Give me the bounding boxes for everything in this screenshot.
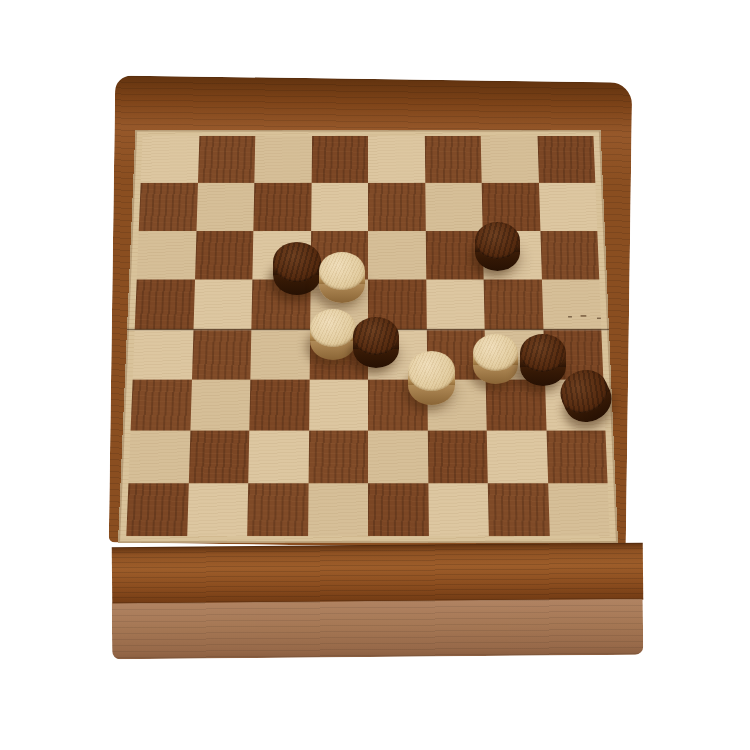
board-square-f1[interactable] bbox=[424, 136, 481, 183]
piece-top-face bbox=[319, 252, 365, 290]
board-square-e7[interactable] bbox=[368, 431, 428, 483]
box-side bbox=[112, 599, 643, 660]
board-square-b3[interactable] bbox=[195, 231, 254, 280]
board-square-g7[interactable] bbox=[487, 431, 548, 483]
photo-scene bbox=[0, 0, 750, 750]
checker-piece-light-2[interactable] bbox=[319, 252, 365, 303]
checker-piece-light-4[interactable] bbox=[310, 309, 356, 360]
board-square-b1[interactable] bbox=[197, 136, 255, 183]
board-square-c5[interactable] bbox=[250, 329, 309, 379]
board-square-a5[interactable] bbox=[133, 329, 193, 379]
checker-piece-light-6[interactable] bbox=[408, 351, 455, 405]
board-square-a8[interactable] bbox=[126, 483, 188, 536]
checker-piece-light-7[interactable] bbox=[473, 334, 518, 384]
board-square-d1[interactable] bbox=[311, 136, 368, 183]
board-square-c6[interactable] bbox=[249, 380, 309, 431]
board-square-c8[interactable] bbox=[247, 483, 308, 536]
board-square-h1[interactable] bbox=[537, 136, 595, 183]
board-square-g1[interactable] bbox=[481, 136, 539, 183]
wood-blemish bbox=[562, 314, 607, 321]
piece-top-face bbox=[475, 222, 520, 259]
board-square-f8[interactable] bbox=[428, 483, 489, 536]
board-square-d7[interactable] bbox=[308, 431, 368, 483]
board-square-b8[interactable] bbox=[187, 483, 249, 536]
board-square-a4[interactable] bbox=[135, 280, 195, 330]
board-square-a6[interactable] bbox=[131, 380, 192, 431]
board-square-b6[interactable] bbox=[190, 380, 250, 431]
piece-top-face bbox=[353, 317, 399, 355]
board-square-d8[interactable] bbox=[308, 483, 368, 536]
board-square-a2[interactable] bbox=[139, 183, 198, 231]
board-square-g6[interactable] bbox=[486, 380, 546, 431]
board-square-b4[interactable] bbox=[193, 280, 252, 330]
board-square-h8[interactable] bbox=[548, 483, 610, 536]
piece-top-face bbox=[473, 334, 518, 371]
piece-top-face bbox=[310, 309, 356, 347]
board-square-c1[interactable] bbox=[254, 136, 311, 183]
piece-top-face bbox=[273, 242, 321, 282]
board-square-h3[interactable] bbox=[540, 231, 599, 280]
board-square-e1[interactable] bbox=[368, 136, 425, 183]
checker-piece-dark-3[interactable] bbox=[475, 222, 520, 271]
board-square-h4[interactable] bbox=[541, 280, 601, 330]
board-square-e3[interactable] bbox=[368, 231, 426, 280]
checker-piece-dark-1[interactable] bbox=[273, 242, 321, 295]
board-square-d6[interactable] bbox=[309, 380, 368, 431]
board-square-g4[interactable] bbox=[484, 280, 543, 330]
piece-top-face bbox=[408, 351, 455, 391]
board-square-d2[interactable] bbox=[311, 183, 368, 231]
board-square-h2[interactable] bbox=[539, 183, 598, 231]
board-square-b7[interactable] bbox=[188, 431, 249, 483]
board-square-f4[interactable] bbox=[426, 280, 485, 330]
board-square-f7[interactable] bbox=[427, 431, 487, 483]
board-square-b5[interactable] bbox=[191, 329, 251, 379]
board-square-e8[interactable] bbox=[368, 483, 428, 536]
board-square-a3[interactable] bbox=[137, 231, 196, 280]
piece-top-face bbox=[520, 334, 566, 372]
board-square-e2[interactable] bbox=[368, 183, 425, 231]
board-square-b2[interactable] bbox=[196, 183, 254, 231]
board-square-c7[interactable] bbox=[248, 431, 308, 483]
checker-piece-dark-5[interactable] bbox=[353, 317, 399, 368]
board-square-h7[interactable] bbox=[546, 431, 607, 483]
board-square-a7[interactable] bbox=[128, 431, 189, 483]
board-square-a1[interactable] bbox=[141, 136, 199, 183]
box-bevel-edge bbox=[112, 543, 643, 605]
board-square-c2[interactable] bbox=[253, 183, 311, 231]
board-square-g8[interactable] bbox=[488, 483, 550, 536]
